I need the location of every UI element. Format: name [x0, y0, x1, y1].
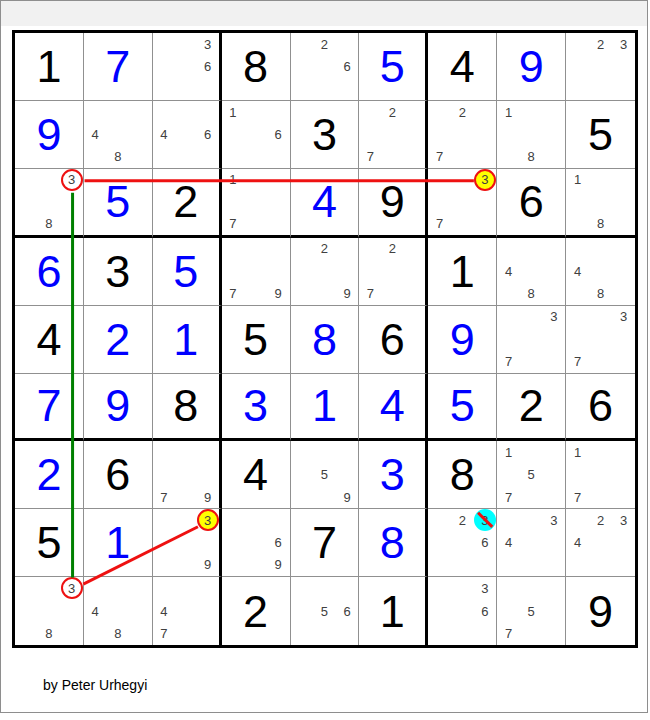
candidate-6[interactable]: 6: [267, 532, 290, 554]
candidate-3[interactable]: 3: [542, 509, 565, 531]
cell-r7c4[interactable]: 4: [222, 441, 291, 509]
candidate-9[interactable]: 9: [336, 282, 359, 304]
given-digit: 1: [15, 33, 83, 100]
candidate-6[interactable]: 6: [197, 55, 219, 77]
given-digit: 6: [566, 374, 635, 439]
given-digit: 5: [566, 101, 635, 168]
given-digit: 2: [497, 374, 565, 439]
candidate-4[interactable]: 4: [497, 260, 520, 282]
cell-r2c4[interactable]: 16: [222, 101, 291, 169]
candidate-8[interactable]: 8: [589, 213, 612, 235]
cell-r8c8[interactable]: 34: [497, 509, 566, 577]
candidate-3[interactable]: 3: [61, 577, 83, 599]
candidate-9[interactable]: 9: [267, 554, 290, 576]
cell-r1c3[interactable]: 36: [153, 33, 222, 101]
cell-r2c9[interactable]: 5: [566, 101, 635, 169]
cell-r9c8[interactable]: 57: [497, 577, 566, 645]
cell-r4c6[interactable]: 27: [359, 238, 428, 306]
given-digit: 2: [222, 577, 290, 645]
cell-r9c7[interactable]: 36: [428, 577, 497, 645]
candidate-6[interactable]: 6: [336, 600, 359, 623]
candidate-7[interactable]: 7: [566, 486, 589, 508]
solved-digit: 9: [84, 374, 152, 439]
candidate-3[interactable]: 3: [474, 169, 496, 191]
cell-r2c5[interactable]: 3: [291, 101, 360, 169]
cell-r7c3[interactable]: 79: [153, 441, 222, 509]
cell-r4c5[interactable]: 29: [291, 238, 360, 306]
cell-r1c7[interactable]: 4: [428, 33, 497, 101]
candidate-1[interactable]: 1: [566, 169, 589, 191]
given-digit: 9: [359, 169, 425, 235]
candidate-2[interactable]: 2: [451, 509, 474, 531]
cell-r3c9[interactable]: 18: [566, 169, 635, 238]
cell-r6c8[interactable]: 2: [497, 374, 566, 442]
cell-r1c5[interactable]: 26: [291, 33, 360, 101]
candidate-5[interactable]: 5: [520, 600, 543, 623]
given-digit: 4: [15, 306, 83, 373]
solved-digit: 6: [15, 238, 83, 305]
cell-r7c6[interactable]: 3: [359, 441, 428, 509]
top-strip: [1, 1, 647, 26]
cell-r8c2[interactable]: 1: [84, 509, 153, 577]
cell-r1c8[interactable]: 9: [497, 33, 566, 101]
given-digit: 4: [222, 441, 290, 508]
candidate-3[interactable]: 3: [612, 509, 635, 531]
solved-digit: 5: [84, 169, 152, 235]
candidate-6[interactable]: 6: [336, 55, 359, 77]
cell-r1c2[interactable]: 7: [84, 33, 153, 101]
candidate-3[interactable]: 3: [197, 509, 219, 531]
cell-r5c2[interactable]: 2: [84, 306, 153, 374]
candidate-9[interactable]: 9: [267, 282, 290, 304]
cell-r7c8[interactable]: 157: [497, 441, 566, 509]
cell-r3c7[interactable]: 37: [428, 169, 497, 238]
cell-r5c5[interactable]: 8: [291, 306, 360, 374]
cell-r3c5[interactable]: 4: [291, 169, 360, 238]
candidate-7[interactable]: 7: [497, 486, 520, 508]
given-digit: 8: [153, 374, 219, 439]
candidate-7[interactable]: 7: [359, 282, 381, 304]
given-digit: 4: [428, 33, 496, 100]
candidate-7[interactable]: 7: [428, 213, 451, 235]
cell-r6c5[interactable]: 1: [291, 374, 360, 442]
candidate-2[interactable]: 2: [381, 101, 403, 123]
candidate-3[interactable]: 3: [612, 306, 635, 328]
solved-digit: 3: [359, 441, 425, 508]
candidate-4[interactable]: 4: [497, 532, 520, 554]
solved-digit: 5: [153, 238, 219, 305]
cell-r3c1[interactable]: 38: [15, 169, 84, 238]
cell-r7c1[interactable]: 2: [15, 441, 84, 509]
solved-digit: 4: [359, 374, 425, 439]
cell-r8c3[interactable]: 39: [153, 509, 222, 577]
candidate-7[interactable]: 7: [428, 145, 451, 167]
given-digit: 6: [359, 306, 425, 373]
cell-r2c8[interactable]: 18: [497, 101, 566, 169]
cell-r9c5[interactable]: 56: [291, 577, 360, 645]
candidate-7[interactable]: 7: [153, 486, 175, 508]
solved-digit: 1: [291, 374, 359, 439]
candidate-4[interactable]: 4: [566, 532, 589, 554]
candidate-1[interactable]: 1: [222, 169, 245, 191]
given-digit: 5: [15, 509, 83, 576]
candidate-7[interactable]: 7: [153, 622, 175, 645]
solved-digit: 1: [84, 509, 152, 576]
cell-r6c2[interactable]: 9: [84, 374, 153, 442]
candidate-5[interactable]: 5: [313, 464, 336, 486]
solved-digit: 8: [291, 306, 359, 373]
candidate-1[interactable]: 1: [497, 101, 520, 123]
candidate-5[interactable]: 5: [313, 600, 336, 623]
candidate-2[interactable]: 2: [313, 33, 336, 55]
cell-r7c5[interactable]: 59: [291, 441, 360, 509]
cell-r8c1[interactable]: 5: [15, 509, 84, 577]
cell-r5c6[interactable]: 6: [359, 306, 428, 374]
cell-r5c9[interactable]: 37: [566, 306, 635, 374]
cell-r2c7[interactable]: 27: [428, 101, 497, 169]
given-digit: 8: [428, 441, 496, 508]
cell-r3c6[interactable]: 9: [359, 169, 428, 238]
given-digit: 2: [153, 169, 219, 235]
solved-digit: 5: [359, 33, 425, 100]
solved-digit: 9: [15, 101, 83, 168]
candidate-8[interactable]: 8: [107, 622, 130, 645]
cell-r2c6[interactable]: 27: [359, 101, 428, 169]
cell-r8c5[interactable]: 7: [291, 509, 360, 577]
candidate-6[interactable]: 6: [474, 600, 497, 623]
cell-r1c4[interactable]: 8: [222, 33, 291, 101]
cell-r3c2[interactable]: 5: [84, 169, 153, 238]
candidate-6[interactable]: 6: [474, 532, 497, 554]
cell-r4c3[interactable]: 5: [153, 238, 222, 306]
candidate-5[interactable]: 5: [520, 464, 543, 486]
cell-r4c9[interactable]: 48: [566, 238, 635, 306]
given-digit: 8: [222, 33, 290, 100]
cell-r8c4[interactable]: 69: [222, 509, 291, 577]
candidate-8[interactable]: 8: [38, 213, 61, 235]
solved-digit: 5: [428, 374, 496, 439]
candidate-3[interactable]: 3: [197, 33, 219, 55]
candidate-3[interactable]: 3: [474, 509, 496, 531]
candidate-8[interactable]: 8: [520, 282, 543, 304]
cell-r7c7[interactable]: 8: [428, 441, 497, 509]
candidate-1[interactable]: 1: [497, 441, 520, 463]
cell-r5c3[interactable]: 1: [153, 306, 222, 374]
candidate-2[interactable]: 2: [313, 238, 336, 260]
solved-digit: 4: [291, 169, 359, 235]
cell-r4c2[interactable]: 3: [84, 238, 153, 306]
cell-r3c4[interactable]: 17: [222, 169, 291, 238]
cell-r9c9[interactable]: 9: [566, 577, 635, 645]
candidate-8[interactable]: 8: [107, 145, 130, 167]
candidate-8[interactable]: 8: [38, 622, 61, 645]
candidate-9[interactable]: 9: [336, 486, 359, 508]
given-digit: 7: [291, 509, 359, 576]
solved-digit: 2: [84, 306, 152, 373]
candidate-3[interactable]: 3: [612, 33, 635, 55]
given-digit: 3: [84, 238, 152, 305]
given-digit: 1: [428, 238, 496, 305]
cell-r2c3[interactable]: 46: [153, 101, 222, 169]
cell-r6c3[interactable]: 8: [153, 374, 222, 442]
candidate-4[interactable]: 4: [153, 600, 175, 623]
cell-r1c6[interactable]: 5: [359, 33, 428, 101]
cell-r6c1[interactable]: 7: [15, 374, 84, 442]
candidate-4[interactable]: 4: [153, 123, 175, 145]
candidate-9[interactable]: 9: [197, 554, 219, 576]
cell-r2c1[interactable]: 9: [15, 101, 84, 169]
cell-r6c6[interactable]: 4: [359, 374, 428, 442]
given-digit: 6: [84, 441, 152, 508]
solved-digit: 8: [359, 509, 425, 576]
cell-r2c2[interactable]: 48: [84, 101, 153, 169]
candidate-2[interactable]: 2: [451, 101, 474, 123]
candidate-1[interactable]: 1: [566, 441, 589, 463]
cell-r8c7[interactable]: 236: [428, 509, 497, 577]
author-credit: by Peter Urhegyi: [43, 677, 147, 693]
candidate-6[interactable]: 6: [197, 123, 219, 145]
cell-r3c3[interactable]: 2: [153, 169, 222, 238]
solved-digit: 7: [84, 33, 152, 100]
cell-r9c1[interactable]: 38: [15, 577, 84, 645]
given-digit: 3: [291, 101, 359, 168]
cell-r6c9[interactable]: 6: [566, 374, 635, 442]
candidate-3[interactable]: 3: [61, 169, 83, 191]
candidate-4[interactable]: 4: [84, 600, 107, 623]
given-digit: 5: [222, 306, 290, 373]
solved-digit: 9: [428, 306, 496, 373]
candidate-2[interactable]: 2: [589, 509, 612, 531]
cell-r4c7[interactable]: 1: [428, 238, 497, 306]
candidate-7[interactable]: 7: [497, 622, 520, 645]
cell-r5c1[interactable]: 4: [15, 306, 84, 374]
cell-r1c9[interactable]: 23: [566, 33, 635, 101]
cell-r4c4[interactable]: 79: [222, 238, 291, 306]
solved-digit: 7: [15, 374, 83, 439]
cell-r3c8[interactable]: 6: [497, 169, 566, 238]
candidate-7[interactable]: 7: [222, 213, 245, 235]
cell-r6c4[interactable]: 3: [222, 374, 291, 442]
solved-digit: 1: [153, 306, 219, 373]
cell-r7c2[interactable]: 6: [84, 441, 153, 509]
cell-r5c7[interactable]: 9: [428, 306, 497, 374]
candidate-8[interactable]: 8: [520, 145, 543, 167]
candidate-7[interactable]: 7: [497, 350, 520, 372]
cell-r9c2[interactable]: 48: [84, 577, 153, 645]
cell-r5c4[interactable]: 5: [222, 306, 291, 374]
cell-r5c8[interactable]: 37: [497, 306, 566, 374]
solved-digit: 2: [15, 441, 83, 508]
candidate-6[interactable]: 6: [267, 123, 290, 145]
cell-r8c6[interactable]: 8: [359, 509, 428, 577]
cell-r8c9[interactable]: 234: [566, 509, 635, 577]
candidate-3[interactable]: 3: [542, 306, 565, 328]
cell-r9c4[interactable]: 2: [222, 577, 291, 645]
solved-digit: 9: [497, 33, 565, 100]
cell-r9c6[interactable]: 1: [359, 577, 428, 645]
candidate-3[interactable]: 3: [474, 577, 497, 600]
solved-digit: 3: [222, 374, 290, 439]
cell-r1c1[interactable]: 1: [15, 33, 84, 101]
sudoku-window: 1736826549239484616327271853852174937618…: [0, 0, 648, 713]
cell-r7c9[interactable]: 17: [566, 441, 635, 509]
candidate-7[interactable]: 7: [222, 282, 245, 304]
cell-r4c8[interactable]: 48: [497, 238, 566, 306]
candidate-4[interactable]: 4: [84, 123, 107, 145]
cell-r9c3[interactable]: 47: [153, 577, 222, 645]
cell-r6c7[interactable]: 5: [428, 374, 497, 442]
given-digit: 9: [566, 577, 635, 645]
candidate-8[interactable]: 8: [589, 282, 612, 304]
candidate-7[interactable]: 7: [359, 145, 381, 167]
sudoku-board: 1736826549239484616327271853852174937618…: [12, 30, 638, 648]
candidate-7[interactable]: 7: [566, 350, 589, 372]
candidate-4[interactable]: 4: [566, 260, 589, 282]
candidate-2[interactable]: 2: [589, 33, 612, 55]
candidate-2[interactable]: 2: [381, 238, 403, 260]
given-digit: 1: [359, 577, 425, 645]
candidate-9[interactable]: 9: [197, 486, 219, 508]
given-digit: 6: [497, 169, 565, 235]
cell-r4c1[interactable]: 6: [15, 238, 84, 306]
candidate-1[interactable]: 1: [222, 101, 245, 123]
